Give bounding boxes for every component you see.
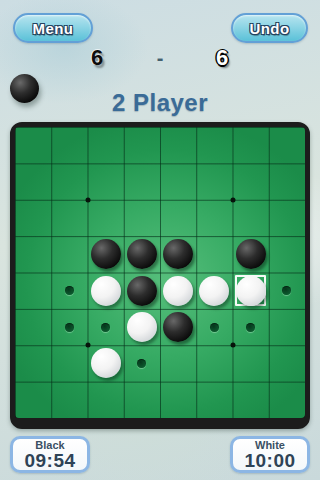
cell-g7[interactable] — [233, 345, 269, 381]
cell-e4[interactable] — [160, 236, 196, 272]
board-grid — [15, 127, 305, 418]
cell-h6[interactable] — [269, 309, 305, 345]
white-piece — [199, 276, 229, 306]
cell-a2[interactable] — [15, 163, 51, 199]
cell-e3[interactable] — [160, 200, 196, 236]
star-point — [85, 343, 90, 348]
cell-e5[interactable] — [160, 273, 196, 309]
cell-d4[interactable] — [124, 236, 160, 272]
cell-e8[interactable] — [160, 382, 196, 418]
star-point — [230, 197, 235, 202]
cell-h2[interactable] — [269, 163, 305, 199]
undo-button[interactable]: Undo — [231, 13, 308, 43]
white-piece — [91, 348, 121, 378]
white-piece — [127, 312, 157, 342]
legal-move-hint[interactable] — [65, 323, 74, 332]
cell-a8[interactable] — [15, 382, 51, 418]
cell-a3[interactable] — [15, 200, 51, 236]
cell-g6[interactable] — [233, 309, 269, 345]
white-piece — [91, 276, 121, 306]
black-clock-label: Black — [35, 440, 64, 451]
cell-d3[interactable] — [124, 200, 160, 236]
black-piece — [91, 239, 121, 269]
legal-move-hint[interactable] — [210, 323, 219, 332]
cell-c1[interactable] — [88, 127, 124, 163]
black-piece — [127, 239, 157, 269]
cell-c5[interactable] — [88, 273, 124, 309]
cell-h3[interactable] — [269, 200, 305, 236]
cell-a7[interactable] — [15, 345, 51, 381]
black-piece — [163, 312, 193, 342]
white-piece — [163, 276, 193, 306]
cell-g1[interactable] — [233, 127, 269, 163]
legal-move-hint[interactable] — [282, 286, 291, 295]
score-separator: - — [148, 44, 172, 72]
star-point — [85, 197, 90, 202]
app-screen: Menu Undo 6 - 6 2 Player Black 09:54 Whi… — [0, 0, 320, 480]
cell-f8[interactable] — [196, 382, 232, 418]
black-piece — [127, 276, 157, 306]
cell-h4[interactable] — [269, 236, 305, 272]
black-clock: Black 09:54 — [10, 436, 90, 473]
cell-a6[interactable] — [15, 309, 51, 345]
cell-d8[interactable] — [124, 382, 160, 418]
cell-d7[interactable] — [124, 345, 160, 381]
star-point — [230, 343, 235, 348]
cell-g3[interactable] — [233, 200, 269, 236]
cell-d6[interactable] — [124, 309, 160, 345]
cell-b1[interactable] — [51, 127, 87, 163]
cell-c8[interactable] — [88, 382, 124, 418]
cell-d5[interactable] — [124, 273, 160, 309]
cell-g4[interactable] — [233, 236, 269, 272]
white-clock-label: White — [255, 440, 285, 451]
score-row: 6 - 6 — [0, 44, 320, 72]
white-piece — [236, 276, 266, 306]
white-score: 6 — [210, 44, 234, 72]
cell-c3[interactable] — [88, 200, 124, 236]
cell-c4[interactable] — [88, 236, 124, 272]
cell-b8[interactable] — [51, 382, 87, 418]
cell-g8[interactable] — [233, 382, 269, 418]
legal-move-hint[interactable] — [246, 323, 255, 332]
board-field — [15, 127, 305, 418]
cell-c6[interactable] — [88, 309, 124, 345]
white-clock-time: 10:00 — [244, 451, 295, 470]
cell-e2[interactable] — [160, 163, 196, 199]
cell-h1[interactable] — [269, 127, 305, 163]
cell-f4[interactable] — [196, 236, 232, 272]
page-title: 2 Player — [0, 89, 320, 117]
cell-g5[interactable] — [233, 273, 269, 309]
black-piece — [163, 239, 193, 269]
cell-b7[interactable] — [51, 345, 87, 381]
black-clock-time: 09:54 — [24, 451, 75, 470]
cell-f3[interactable] — [196, 200, 232, 236]
cell-b2[interactable] — [51, 163, 87, 199]
legal-move-hint[interactable] — [101, 323, 110, 332]
cell-h7[interactable] — [269, 345, 305, 381]
othello-board — [10, 122, 310, 429]
cell-h5[interactable] — [269, 273, 305, 309]
cell-b3[interactable] — [51, 200, 87, 236]
cell-f5[interactable] — [196, 273, 232, 309]
cell-e7[interactable] — [160, 345, 196, 381]
menu-button[interactable]: Menu — [13, 13, 93, 43]
cell-b5[interactable] — [51, 273, 87, 309]
cell-d1[interactable] — [124, 127, 160, 163]
cell-c2[interactable] — [88, 163, 124, 199]
black-piece — [236, 239, 266, 269]
cell-f1[interactable] — [196, 127, 232, 163]
cell-f6[interactable] — [196, 309, 232, 345]
legal-move-hint[interactable] — [137, 359, 146, 368]
black-score: 6 — [85, 44, 109, 72]
cell-e1[interactable] — [160, 127, 196, 163]
cell-a4[interactable] — [15, 236, 51, 272]
cell-b6[interactable] — [51, 309, 87, 345]
cell-a5[interactable] — [15, 273, 51, 309]
cell-a1[interactable] — [15, 127, 51, 163]
white-clock: White 10:00 — [230, 436, 310, 473]
cell-g2[interactable] — [233, 163, 269, 199]
cell-f2[interactable] — [196, 163, 232, 199]
cell-b4[interactable] — [51, 236, 87, 272]
legal-move-hint[interactable] — [65, 286, 74, 295]
cell-h8[interactable] — [269, 382, 305, 418]
cell-d2[interactable] — [124, 163, 160, 199]
cell-c7[interactable] — [88, 345, 124, 381]
cell-f7[interactable] — [196, 345, 232, 381]
cell-e6[interactable] — [160, 309, 196, 345]
